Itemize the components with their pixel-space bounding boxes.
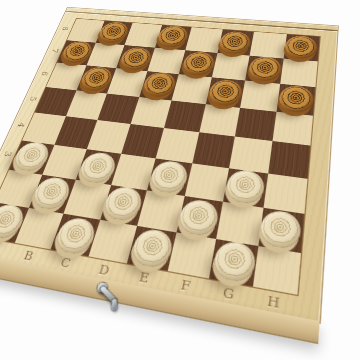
piece-dark-f6[interactable]: ⛂ (207, 79, 244, 107)
square-h4[interactable] (268, 141, 311, 178)
square-g6[interactable] (240, 80, 280, 111)
square-g5[interactable] (235, 107, 276, 141)
piece-dark-h6[interactable]: ⛂ (277, 85, 314, 114)
square-h7[interactable] (280, 58, 318, 87)
square-g8[interactable] (250, 32, 287, 58)
square-f4[interactable] (192, 132, 235, 168)
square-h8[interactable]: ⛂ (283, 34, 320, 61)
rank-label-5: 5 (15, 90, 51, 106)
rank-label-4: 4 (2, 116, 39, 134)
square-g3[interactable]: ⛀ (223, 168, 268, 208)
square-h6[interactable]: ⛂ (276, 84, 315, 116)
square-f3[interactable] (184, 163, 229, 202)
square-g4[interactable] (229, 137, 272, 173)
piece-dark-h8[interactable]: ⛂ (284, 35, 318, 60)
piece-dark-d8[interactable]: ⛂ (155, 25, 189, 48)
piece-light-e3[interactable]: ⛀ (149, 159, 191, 194)
piece-dark-f8[interactable]: ⛂ (217, 31, 251, 55)
square-f5[interactable] (199, 104, 240, 137)
square-g7[interactable]: ⛂ (245, 55, 283, 83)
square-f8[interactable]: ⛂ (217, 29, 254, 55)
square-h5[interactable] (272, 111, 313, 145)
piece-dark-g7[interactable]: ⛂ (248, 56, 283, 82)
latch-clasp (92, 280, 129, 312)
piece-light-f2[interactable]: ⛀ (176, 198, 220, 238)
piece-light-g1[interactable]: ⛀ (212, 239, 257, 284)
square-f6[interactable]: ⛂ (205, 77, 245, 107)
checkers-board: ⛂⛂⛂⛂⛂⛂⛂⛂⛂⛂⛂⛂⛀⛀⛀⛀⛀⛀⛀⛀⛀⛀⛀⛀ 87654321 ABCDEF… (0, 7, 338, 322)
photo-scene: ⛂⛂⛂⛂⛂⛂⛂⛂⛂⛂⛂⛂⛀⛀⛀⛀⛀⛀⛀⛀⛀⛀⛀⛀ 87654321 ABCDEF… (0, 0, 360, 360)
square-f7[interactable] (211, 53, 249, 81)
latch-hook-icon (111, 299, 116, 310)
piece-light-g3[interactable]: ⛀ (225, 168, 267, 205)
piece-light-h2[interactable]: ⛀ (258, 209, 301, 251)
rank-label-8: 8 (49, 22, 81, 35)
rank-label-6: 6 (27, 66, 62, 81)
